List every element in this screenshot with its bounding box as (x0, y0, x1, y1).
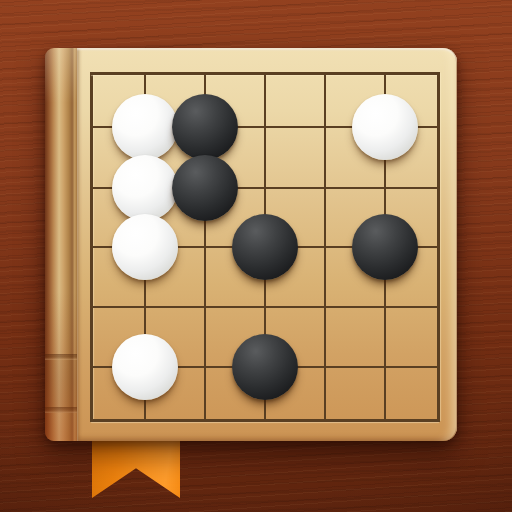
black-stone (172, 94, 238, 160)
white-stone (112, 334, 178, 400)
black-stone (352, 214, 418, 280)
black-stone (232, 214, 298, 280)
grid-line-vertical (437, 72, 440, 422)
book-cover (77, 48, 457, 441)
grid-line-vertical (324, 72, 326, 422)
grid-line-horizontal (90, 306, 440, 308)
white-stone (352, 94, 418, 160)
white-stone (112, 94, 178, 160)
grid-line-horizontal (90, 419, 440, 422)
black-stone (232, 334, 298, 400)
bookmark-ribbon-icon (92, 436, 180, 498)
spine-band (45, 356, 77, 413)
white-stone (112, 214, 178, 280)
go-book-app-icon[interactable] (45, 48, 457, 441)
book-spine (45, 48, 77, 441)
white-stone (112, 155, 178, 221)
spine-ridge (45, 354, 77, 360)
go-board (90, 72, 440, 422)
wood-background (0, 0, 512, 512)
spine-ridge (45, 407, 77, 413)
black-stone (172, 155, 238, 221)
